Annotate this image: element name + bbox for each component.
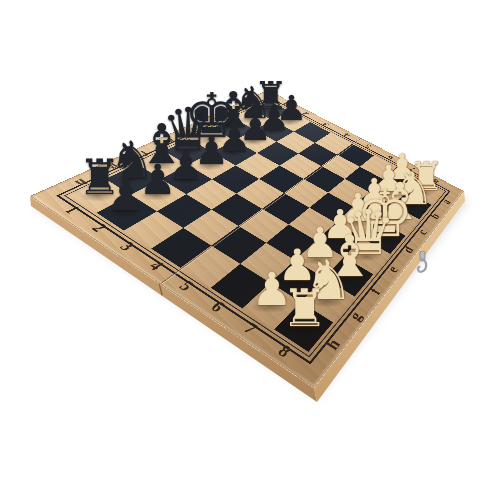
rank-label-far: 8	[431, 178, 440, 185]
file-label-far: h	[72, 177, 90, 187]
rank-label-far: 5	[363, 143, 373, 149]
file-label: e	[385, 264, 401, 275]
file-label-far: g	[106, 162, 122, 171]
file-label: f	[367, 286, 383, 297]
rank-label: 6	[208, 299, 228, 315]
file-label-far: e	[164, 137, 178, 144]
file-label-far: b	[231, 107, 243, 113]
rank-label: 8	[275, 342, 294, 360]
rank-label-far: 1	[280, 101, 290, 106]
rank-label-far: 7	[408, 166, 417, 173]
rank-label: 7	[240, 320, 260, 337]
rank-label: 2	[88, 221, 110, 234]
file-label-far: a	[250, 99, 261, 105]
chess-set-photo: 1122334455667788hhggffeeddccbbaa ♜♞♝♛♚♝♞…	[0, 0, 500, 500]
clasp-icon	[414, 251, 430, 282]
file-label-far: d	[188, 126, 202, 133]
file-label: g	[346, 309, 364, 323]
file-label: c	[415, 227, 429, 236]
file-label-far: c	[211, 116, 223, 122]
rank-label: 5	[176, 278, 197, 293]
rank-label-far: 6	[385, 154, 394, 161]
rank-label-far: 3	[321, 121, 331, 127]
file-label: h	[323, 336, 343, 353]
file-label: b	[428, 211, 442, 220]
rank-label-far: 2	[300, 111, 310, 117]
rank-label: 1	[61, 204, 83, 216]
file-label: a	[440, 198, 453, 206]
file-label-far: f	[138, 149, 151, 156]
rank-label-far: 4	[342, 132, 352, 138]
rank-label: 4	[146, 259, 167, 273]
rank-label: 3	[116, 240, 137, 253]
